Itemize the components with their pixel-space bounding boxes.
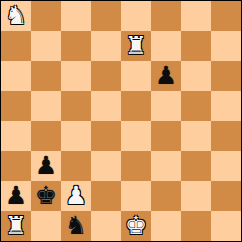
square-g8[interactable]	[181, 1, 211, 31]
piece-black-knight[interactable]: ♞	[65, 211, 87, 241]
square-f1[interactable]	[151, 211, 181, 241]
square-c2[interactable]: ♟	[61, 181, 91, 211]
square-e3[interactable]	[121, 151, 151, 181]
square-h7[interactable]	[211, 31, 241, 61]
piece-white-pawn[interactable]: ♟	[65, 181, 87, 211]
square-h3[interactable]	[211, 151, 241, 181]
square-c4[interactable]	[61, 121, 91, 151]
square-f6[interactable]: ♟	[151, 61, 181, 91]
piece-white-rook[interactable]: ♜	[125, 31, 147, 61]
square-g4[interactable]	[181, 121, 211, 151]
square-a2[interactable]: ♟	[1, 181, 31, 211]
square-b2[interactable]: ♚	[31, 181, 61, 211]
square-g3[interactable]	[181, 151, 211, 181]
piece-black-pawn[interactable]: ♟	[5, 181, 27, 211]
square-d1[interactable]	[91, 211, 121, 241]
square-g7[interactable]	[181, 31, 211, 61]
square-h2[interactable]	[211, 181, 241, 211]
square-b8[interactable]	[31, 1, 61, 31]
square-f2[interactable]	[151, 181, 181, 211]
square-e6[interactable]	[121, 61, 151, 91]
piece-black-king[interactable]: ♚	[35, 181, 57, 211]
square-e1[interactable]: ♚	[121, 211, 151, 241]
square-f4[interactable]	[151, 121, 181, 151]
chess-board: ♞♜♟♟♟♚♟♜♞♚	[0, 0, 242, 242]
square-b5[interactable]	[31, 91, 61, 121]
square-h1[interactable]	[211, 211, 241, 241]
square-c5[interactable]	[61, 91, 91, 121]
square-b6[interactable]	[31, 61, 61, 91]
piece-white-knight[interactable]: ♞	[5, 1, 27, 31]
square-a1[interactable]: ♜	[1, 211, 31, 241]
square-f7[interactable]	[151, 31, 181, 61]
square-b7[interactable]	[31, 31, 61, 61]
square-g6[interactable]	[181, 61, 211, 91]
piece-white-king[interactable]: ♚	[125, 211, 147, 241]
square-h6[interactable]	[211, 61, 241, 91]
square-e7[interactable]: ♜	[121, 31, 151, 61]
piece-black-pawn[interactable]: ♟	[35, 151, 57, 181]
square-e5[interactable]	[121, 91, 151, 121]
square-c3[interactable]	[61, 151, 91, 181]
square-a4[interactable]	[1, 121, 31, 151]
square-b3[interactable]: ♟	[31, 151, 61, 181]
square-e4[interactable]	[121, 121, 151, 151]
square-d3[interactable]	[91, 151, 121, 181]
square-g2[interactable]	[181, 181, 211, 211]
square-h5[interactable]	[211, 91, 241, 121]
square-a6[interactable]	[1, 61, 31, 91]
square-d2[interactable]	[91, 181, 121, 211]
square-h4[interactable]	[211, 121, 241, 151]
square-c6[interactable]	[61, 61, 91, 91]
square-b4[interactable]	[31, 121, 61, 151]
square-f5[interactable]	[151, 91, 181, 121]
square-f3[interactable]	[151, 151, 181, 181]
piece-white-rook[interactable]: ♜	[5, 211, 27, 241]
square-d6[interactable]	[91, 61, 121, 91]
square-g1[interactable]	[181, 211, 211, 241]
square-f8[interactable]	[151, 1, 181, 31]
square-e8[interactable]	[121, 1, 151, 31]
square-c1[interactable]: ♞	[61, 211, 91, 241]
square-d7[interactable]	[91, 31, 121, 61]
square-d5[interactable]	[91, 91, 121, 121]
square-c7[interactable]	[61, 31, 91, 61]
square-d8[interactable]	[91, 1, 121, 31]
square-g5[interactable]	[181, 91, 211, 121]
piece-black-pawn[interactable]: ♟	[155, 61, 177, 91]
square-c8[interactable]	[61, 1, 91, 31]
square-a7[interactable]	[1, 31, 31, 61]
square-a5[interactable]	[1, 91, 31, 121]
square-b1[interactable]	[31, 211, 61, 241]
square-a8[interactable]: ♞	[1, 1, 31, 31]
square-e2[interactable]	[121, 181, 151, 211]
square-d4[interactable]	[91, 121, 121, 151]
square-a3[interactable]	[1, 151, 31, 181]
square-h8[interactable]	[211, 1, 241, 31]
